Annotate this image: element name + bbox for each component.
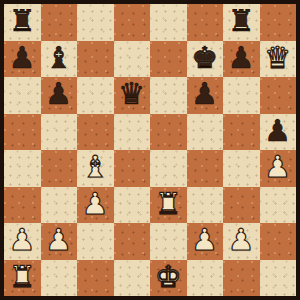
- square-b6[interactable]: ♟: [41, 77, 78, 114]
- square-e5[interactable]: [150, 114, 187, 151]
- piece-black-rook[interactable]: ♜: [228, 6, 255, 36]
- piece-white-king[interactable]: ♚: [155, 262, 182, 292]
- square-c4[interactable]: ♝: [77, 150, 114, 187]
- square-a5[interactable]: [4, 114, 41, 151]
- piece-white-pawn[interactable]: ♟: [228, 225, 255, 255]
- square-c7[interactable]: [77, 41, 114, 78]
- square-b2[interactable]: ♟: [41, 223, 78, 260]
- square-d7[interactable]: [114, 41, 151, 78]
- piece-black-queen[interactable]: ♛: [118, 79, 145, 109]
- square-f1[interactable]: [187, 260, 224, 297]
- piece-white-pawn[interactable]: ♟: [82, 189, 109, 219]
- chess-board: ♜♜♟♝♚♟♛♟♛♟♟♝♟♟♜♟♟♟♟♜♚: [0, 0, 300, 300]
- square-b3[interactable]: [41, 187, 78, 224]
- square-c5[interactable]: [77, 114, 114, 151]
- piece-black-king[interactable]: ♚: [191, 43, 218, 73]
- piece-black-pawn[interactable]: ♟: [228, 43, 255, 73]
- square-f6[interactable]: ♟: [187, 77, 224, 114]
- square-f7[interactable]: ♚: [187, 41, 224, 78]
- square-b5[interactable]: [41, 114, 78, 151]
- square-g5[interactable]: [223, 114, 260, 151]
- piece-white-rook[interactable]: ♜: [9, 262, 36, 292]
- square-b8[interactable]: [41, 4, 78, 41]
- square-a2[interactable]: ♟: [4, 223, 41, 260]
- square-e2[interactable]: [150, 223, 187, 260]
- square-e6[interactable]: [150, 77, 187, 114]
- square-d2[interactable]: [114, 223, 151, 260]
- square-b7[interactable]: ♝: [41, 41, 78, 78]
- square-h6[interactable]: [260, 77, 297, 114]
- piece-white-rook[interactable]: ♜: [155, 189, 182, 219]
- square-g6[interactable]: [223, 77, 260, 114]
- square-h7[interactable]: ♛: [260, 41, 297, 78]
- piece-black-pawn[interactable]: ♟: [191, 79, 218, 109]
- square-g1[interactable]: [223, 260, 260, 297]
- square-h8[interactable]: [260, 4, 297, 41]
- piece-black-pawn[interactable]: ♟: [45, 79, 72, 109]
- square-e7[interactable]: [150, 41, 187, 78]
- square-h4[interactable]: ♟: [260, 150, 297, 187]
- square-g4[interactable]: [223, 150, 260, 187]
- square-a6[interactable]: [4, 77, 41, 114]
- square-c1[interactable]: [77, 260, 114, 297]
- square-h2[interactable]: [260, 223, 297, 260]
- piece-white-pawn[interactable]: ♟: [264, 152, 291, 182]
- square-h1[interactable]: [260, 260, 297, 297]
- piece-black-bishop[interactable]: ♝: [45, 43, 72, 73]
- square-f4[interactable]: [187, 150, 224, 187]
- square-b4[interactable]: [41, 150, 78, 187]
- square-d8[interactable]: [114, 4, 151, 41]
- square-h5[interactable]: ♟: [260, 114, 297, 151]
- chess-board-wrapper: ♜♜♟♝♚♟♛♟♛♟♟♝♟♟♜♟♟♟♟♜♚: [0, 0, 300, 300]
- square-e8[interactable]: [150, 4, 187, 41]
- square-c2[interactable]: [77, 223, 114, 260]
- square-f3[interactable]: [187, 187, 224, 224]
- square-d1[interactable]: [114, 260, 151, 297]
- square-h3[interactable]: [260, 187, 297, 224]
- square-b1[interactable]: [41, 260, 78, 297]
- piece-white-pawn[interactable]: ♟: [45, 225, 72, 255]
- piece-black-rook[interactable]: ♜: [9, 6, 36, 36]
- square-g2[interactable]: ♟: [223, 223, 260, 260]
- square-a1[interactable]: ♜: [4, 260, 41, 297]
- square-g3[interactable]: [223, 187, 260, 224]
- square-d6[interactable]: ♛: [114, 77, 151, 114]
- square-c3[interactable]: ♟: [77, 187, 114, 224]
- square-g8[interactable]: ♜: [223, 4, 260, 41]
- piece-black-pawn[interactable]: ♟: [264, 116, 291, 146]
- square-c8[interactable]: [77, 4, 114, 41]
- square-f5[interactable]: [187, 114, 224, 151]
- square-e3[interactable]: ♜: [150, 187, 187, 224]
- square-g7[interactable]: ♟: [223, 41, 260, 78]
- square-a4[interactable]: [4, 150, 41, 187]
- square-e1[interactable]: ♚: [150, 260, 187, 297]
- piece-white-pawn[interactable]: ♟: [9, 225, 36, 255]
- square-f2[interactable]: ♟: [187, 223, 224, 260]
- square-d5[interactable]: [114, 114, 151, 151]
- square-d3[interactable]: [114, 187, 151, 224]
- piece-white-pawn[interactable]: ♟: [191, 225, 218, 255]
- square-a3[interactable]: [4, 187, 41, 224]
- piece-white-bishop[interactable]: ♝: [82, 152, 109, 182]
- square-a8[interactable]: ♜: [4, 4, 41, 41]
- piece-black-pawn[interactable]: ♟: [9, 43, 36, 73]
- square-d4[interactable]: [114, 150, 151, 187]
- square-e4[interactable]: [150, 150, 187, 187]
- square-c6[interactable]: [77, 77, 114, 114]
- square-a7[interactable]: ♟: [4, 41, 41, 78]
- piece-white-queen[interactable]: ♛: [264, 43, 291, 73]
- square-f8[interactable]: [187, 4, 224, 41]
